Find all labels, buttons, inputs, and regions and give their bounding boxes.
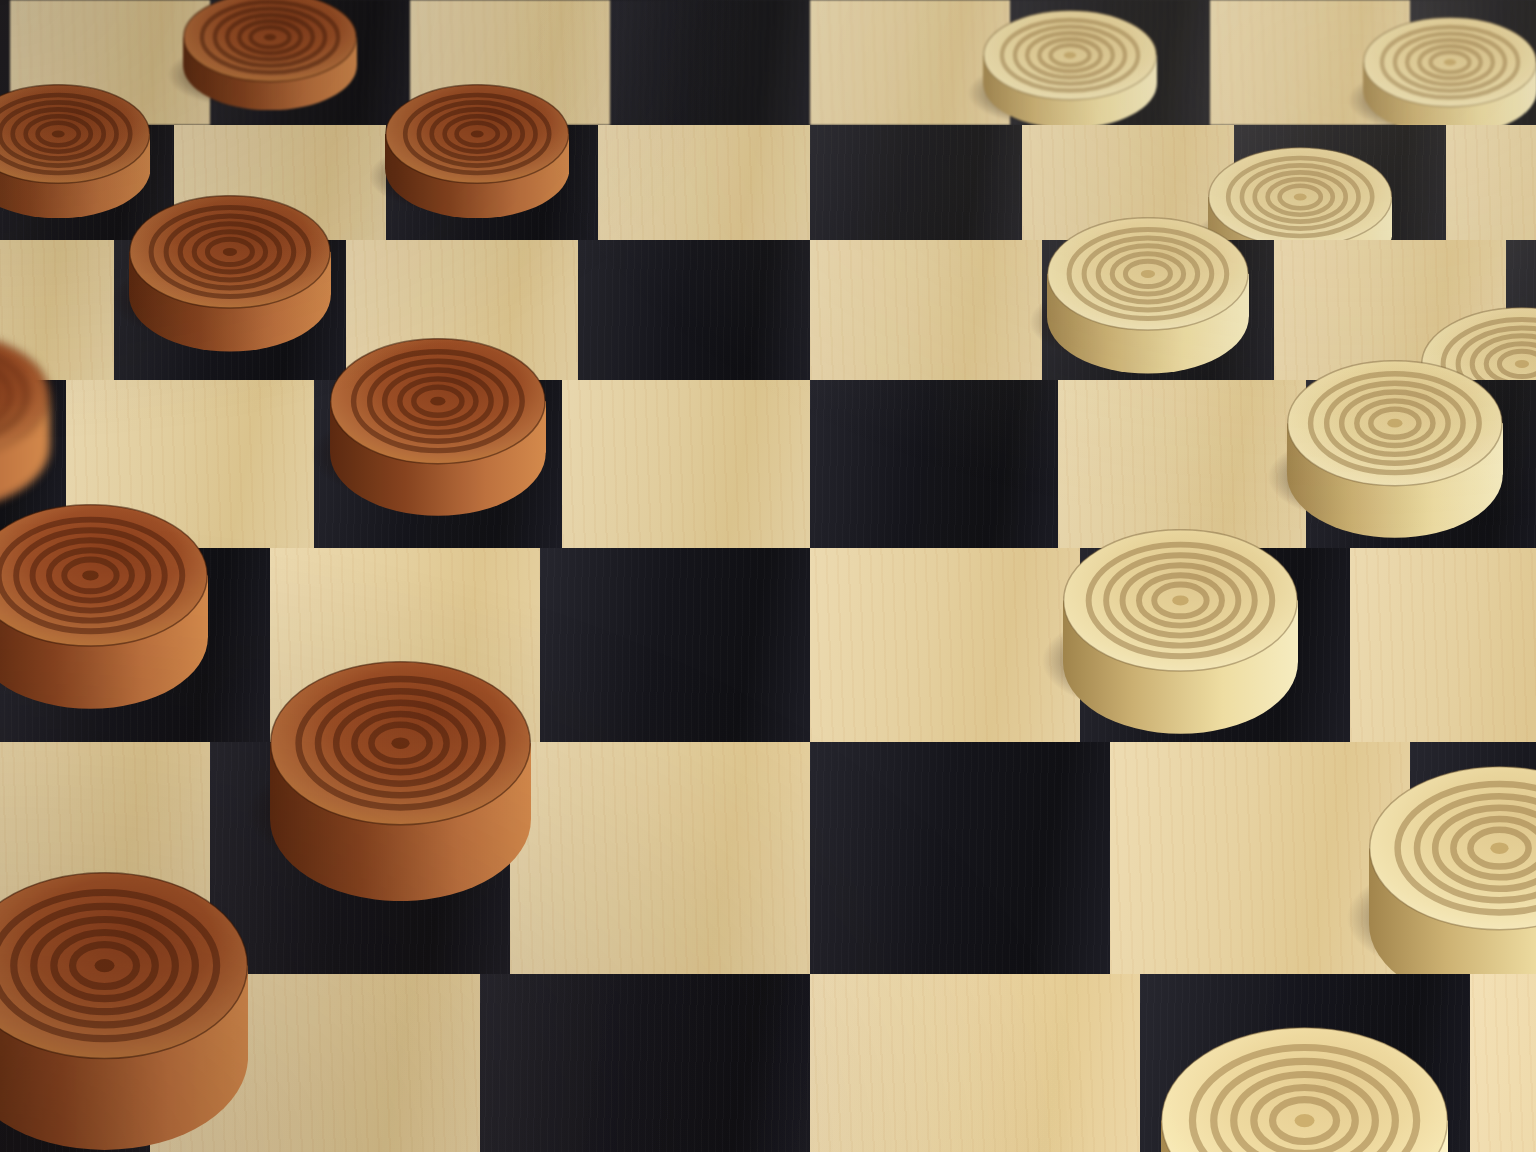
square-r1c6[interactable]: [1234, 125, 1446, 240]
square-r2c3[interactable]: [578, 240, 810, 380]
board-row-6: [0, 974, 1536, 1152]
square-r0c5[interactable]: [1010, 0, 1210, 125]
checker-cream-piece[interactable]: [983, 10, 1157, 128]
checkers-board-photo: [0, 0, 1536, 1152]
checker-cream-piece[interactable]: [1063, 529, 1298, 734]
checker-brown-piece[interactable]: [330, 338, 546, 516]
square-r1c7: [1446, 125, 1536, 240]
checker-brown-piece[interactable]: [270, 661, 531, 901]
square-r5c3: [510, 742, 810, 974]
square-r6c5[interactable]: [1140, 974, 1470, 1152]
square-r2c1[interactable]: [114, 240, 346, 380]
checker-cream-piece[interactable]: [1287, 360, 1503, 538]
square-r6c4: [810, 974, 1140, 1152]
square-r1c2[interactable]: [386, 125, 598, 240]
square-r6c3[interactable]: [480, 974, 810, 1152]
board-row-0: [10, 0, 1536, 125]
board-row-2: [0, 240, 1536, 380]
checker-brown-piece[interactable]: [129, 195, 331, 352]
square-r5c4[interactable]: [810, 742, 1110, 974]
checker-cream-piece[interactable]: [1161, 1027, 1448, 1152]
checker-cream-piece[interactable]: [1047, 217, 1249, 374]
checker-brown-piece[interactable]: [0, 84, 150, 218]
checker-brown-piece[interactable]: [0, 872, 248, 1150]
board-row-4: [0, 548, 1536, 742]
square-r4c1[interactable]: [0, 548, 270, 742]
square-r0c7[interactable]: [1410, 0, 1536, 125]
square-r5c2[interactable]: [210, 742, 510, 974]
checker-cream-piece[interactable]: [1363, 17, 1536, 135]
checker-brown-piece[interactable]: [183, 0, 357, 110]
square-r3c3: [562, 380, 810, 548]
square-r4c6: [1350, 548, 1536, 742]
square-r3c6[interactable]: [1306, 380, 1536, 548]
square-r6c6: [1470, 974, 1536, 1152]
square-r0c1[interactable]: [210, 0, 410, 125]
square-r5c6[interactable]: [1410, 742, 1536, 974]
checker-cream-piece[interactable]: [1369, 766, 1536, 1006]
checker-brown-piece[interactable]: [385, 84, 569, 218]
square-r2c5[interactable]: [1042, 240, 1274, 380]
board-row-3: [0, 380, 1536, 548]
checker-brown-piece[interactable]: [0, 504, 208, 709]
square-r4c3[interactable]: [540, 548, 810, 742]
checkers-board: [0, 0, 1536, 1152]
square-r3c4[interactable]: [810, 380, 1058, 548]
square-r1c4[interactable]: [810, 125, 1022, 240]
square-r1c3: [598, 125, 810, 240]
square-r3c2[interactable]: [314, 380, 562, 548]
square-r0c3[interactable]: [610, 0, 810, 125]
square-r2c7[interactable]: [1506, 240, 1536, 380]
square-r6c1[interactable]: [0, 974, 150, 1152]
square-r4c5[interactable]: [1080, 548, 1350, 742]
checker-brown-piece[interactable]: [0, 332, 50, 510]
